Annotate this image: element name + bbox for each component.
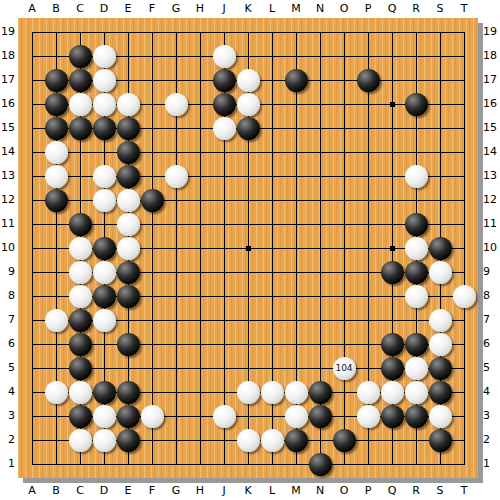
intersection-D5[interactable] [92,356,116,380]
intersection-E2[interactable] [116,428,140,452]
intersection-J6[interactable] [212,332,236,356]
intersection-G16[interactable] [164,92,188,116]
intersection-P18[interactable] [356,44,380,68]
intersection-C13[interactable] [68,164,92,188]
intersection-O6[interactable] [332,332,356,356]
intersection-S11[interactable] [428,212,452,236]
intersection-G13[interactable] [164,164,188,188]
intersection-P15[interactable] [356,116,380,140]
intersection-E3[interactable] [116,404,140,428]
intersection-D14[interactable] [92,140,116,164]
intersection-S3[interactable] [428,404,452,428]
intersection-G12[interactable] [164,188,188,212]
intersection-T19[interactable] [452,20,476,44]
intersection-S17[interactable] [428,68,452,92]
intersection-M19[interactable] [284,20,308,44]
intersection-R4[interactable] [404,380,428,404]
intersection-M4[interactable] [284,380,308,404]
intersection-H1[interactable] [188,452,212,476]
intersection-S14[interactable] [428,140,452,164]
intersection-J15[interactable] [212,116,236,140]
intersection-T15[interactable] [452,116,476,140]
intersection-C9[interactable] [68,260,92,284]
intersection-R3[interactable] [404,404,428,428]
intersection-S9[interactable] [428,260,452,284]
intersection-K12[interactable] [236,188,260,212]
intersection-H12[interactable] [188,188,212,212]
intersection-C11[interactable] [68,212,92,236]
intersection-E1[interactable] [116,452,140,476]
intersection-G15[interactable] [164,116,188,140]
intersection-D9[interactable] [92,260,116,284]
intersection-O8[interactable] [332,284,356,308]
intersection-J19[interactable] [212,20,236,44]
intersection-R6[interactable] [404,332,428,356]
intersection-M3[interactable] [284,404,308,428]
intersection-N8[interactable] [308,284,332,308]
intersection-R5[interactable] [404,356,428,380]
intersection-Q6[interactable] [380,332,404,356]
intersection-E10[interactable] [116,236,140,260]
intersection-D13[interactable] [92,164,116,188]
intersection-G19[interactable] [164,20,188,44]
intersection-K3[interactable] [236,404,260,428]
intersection-M18[interactable] [284,44,308,68]
intersection-T8[interactable] [452,284,476,308]
intersection-O10[interactable] [332,236,356,260]
intersection-E9[interactable] [116,260,140,284]
intersection-M11[interactable] [284,212,308,236]
intersection-D1[interactable] [92,452,116,476]
intersection-T18[interactable] [452,44,476,68]
intersection-R1[interactable] [404,452,428,476]
intersection-G7[interactable] [164,308,188,332]
intersection-M16[interactable] [284,92,308,116]
intersection-K17[interactable] [236,68,260,92]
intersection-G14[interactable] [164,140,188,164]
intersection-O13[interactable] [332,164,356,188]
intersection-N18[interactable] [308,44,332,68]
intersection-C12[interactable] [68,188,92,212]
intersection-R2[interactable] [404,428,428,452]
intersection-N7[interactable] [308,308,332,332]
intersection-G2[interactable] [164,428,188,452]
intersection-J4[interactable] [212,380,236,404]
intersection-N2[interactable] [308,428,332,452]
intersection-J8[interactable] [212,284,236,308]
intersection-P9[interactable] [356,260,380,284]
intersection-R15[interactable] [404,116,428,140]
intersection-T17[interactable] [452,68,476,92]
intersection-B10[interactable] [44,236,68,260]
intersection-Q2[interactable] [380,428,404,452]
intersection-M7[interactable] [284,308,308,332]
intersection-Q13[interactable] [380,164,404,188]
intersection-C7[interactable] [68,308,92,332]
intersection-S16[interactable] [428,92,452,116]
intersection-Q14[interactable] [380,140,404,164]
intersection-L12[interactable] [260,188,284,212]
intersection-T6[interactable] [452,332,476,356]
intersection-F8[interactable] [140,284,164,308]
intersection-A8[interactable] [20,284,44,308]
intersection-R12[interactable] [404,188,428,212]
intersection-L3[interactable] [260,404,284,428]
intersection-L13[interactable] [260,164,284,188]
intersection-T3[interactable] [452,404,476,428]
intersection-T2[interactable] [452,428,476,452]
intersection-C19[interactable] [68,20,92,44]
intersection-C8[interactable] [68,284,92,308]
intersection-Q16[interactable] [380,92,404,116]
intersection-A2[interactable] [20,428,44,452]
intersection-A10[interactable] [20,236,44,260]
intersection-A11[interactable] [20,212,44,236]
intersection-J9[interactable] [212,260,236,284]
intersection-L5[interactable] [260,356,284,380]
intersection-L14[interactable] [260,140,284,164]
intersection-G17[interactable] [164,68,188,92]
intersection-R16[interactable] [404,92,428,116]
intersection-E6[interactable] [116,332,140,356]
intersection-B6[interactable] [44,332,68,356]
intersection-N4[interactable] [308,380,332,404]
intersection-A19[interactable] [20,20,44,44]
intersection-E17[interactable] [116,68,140,92]
intersection-F12[interactable] [140,188,164,212]
intersection-O4[interactable] [332,380,356,404]
intersection-E19[interactable] [116,20,140,44]
intersection-F2[interactable] [140,428,164,452]
intersection-M2[interactable] [284,428,308,452]
intersection-T5[interactable] [452,356,476,380]
intersection-C4[interactable] [68,380,92,404]
intersection-Q11[interactable] [380,212,404,236]
intersection-N19[interactable] [308,20,332,44]
intersection-O12[interactable] [332,188,356,212]
intersection-T4[interactable] [452,380,476,404]
intersection-A18[interactable] [20,44,44,68]
intersection-M5[interactable] [284,356,308,380]
intersection-D8[interactable] [92,284,116,308]
intersection-J5[interactable] [212,356,236,380]
intersection-Q1[interactable] [380,452,404,476]
intersection-G11[interactable] [164,212,188,236]
intersection-B19[interactable] [44,20,68,44]
intersection-H4[interactable] [188,380,212,404]
intersection-O17[interactable] [332,68,356,92]
intersection-O15[interactable] [332,116,356,140]
intersection-N1[interactable] [308,452,332,476]
intersection-K2[interactable] [236,428,260,452]
intersection-C15[interactable] [68,116,92,140]
intersection-M10[interactable] [284,236,308,260]
intersection-F15[interactable] [140,116,164,140]
intersection-C14[interactable] [68,140,92,164]
intersection-N3[interactable] [308,404,332,428]
intersection-C17[interactable] [68,68,92,92]
intersection-T1[interactable] [452,452,476,476]
intersection-H10[interactable] [188,236,212,260]
intersection-A6[interactable] [20,332,44,356]
intersection-E4[interactable] [116,380,140,404]
intersection-K9[interactable] [236,260,260,284]
intersection-D10[interactable] [92,236,116,260]
intersection-L4[interactable] [260,380,284,404]
intersection-K18[interactable] [236,44,260,68]
intersection-F17[interactable] [140,68,164,92]
intersection-D6[interactable] [92,332,116,356]
intersection-O7[interactable] [332,308,356,332]
intersection-F10[interactable] [140,236,164,260]
intersection-Q7[interactable] [380,308,404,332]
intersection-J14[interactable] [212,140,236,164]
intersection-M9[interactable] [284,260,308,284]
intersection-B7[interactable] [44,308,68,332]
intersection-S1[interactable] [428,452,452,476]
intersection-S19[interactable] [428,20,452,44]
intersection-E13[interactable] [116,164,140,188]
intersection-K13[interactable] [236,164,260,188]
intersection-J7[interactable] [212,308,236,332]
intersection-H13[interactable] [188,164,212,188]
intersection-L9[interactable] [260,260,284,284]
intersection-F1[interactable] [140,452,164,476]
intersection-S6[interactable] [428,332,452,356]
intersection-P5[interactable] [356,356,380,380]
intersection-B4[interactable] [44,380,68,404]
intersection-D15[interactable] [92,116,116,140]
intersection-B11[interactable] [44,212,68,236]
intersection-A9[interactable] [20,260,44,284]
intersection-N12[interactable] [308,188,332,212]
intersection-A14[interactable] [20,140,44,164]
intersection-N10[interactable] [308,236,332,260]
intersection-D17[interactable] [92,68,116,92]
intersection-J18[interactable] [212,44,236,68]
intersection-R9[interactable] [404,260,428,284]
intersection-L15[interactable] [260,116,284,140]
intersection-S4[interactable] [428,380,452,404]
intersection-L6[interactable] [260,332,284,356]
intersection-B9[interactable] [44,260,68,284]
intersection-H6[interactable] [188,332,212,356]
intersection-H5[interactable] [188,356,212,380]
intersection-E5[interactable] [116,356,140,380]
intersection-O14[interactable] [332,140,356,164]
intersection-O11[interactable] [332,212,356,236]
intersection-E18[interactable] [116,44,140,68]
intersection-H2[interactable] [188,428,212,452]
intersection-N14[interactable] [308,140,332,164]
intersection-O19[interactable] [332,20,356,44]
intersection-K8[interactable] [236,284,260,308]
intersection-T9[interactable] [452,260,476,284]
intersection-C1[interactable] [68,452,92,476]
intersection-D18[interactable] [92,44,116,68]
intersection-P17[interactable] [356,68,380,92]
intersection-M14[interactable] [284,140,308,164]
intersection-S15[interactable] [428,116,452,140]
intersection-B14[interactable] [44,140,68,164]
intersection-B12[interactable] [44,188,68,212]
intersection-Q15[interactable] [380,116,404,140]
intersection-Q5[interactable] [380,356,404,380]
intersection-E11[interactable] [116,212,140,236]
intersection-F11[interactable] [140,212,164,236]
intersection-Q17[interactable] [380,68,404,92]
intersection-J3[interactable] [212,404,236,428]
intersection-P19[interactable] [356,20,380,44]
intersection-G8[interactable] [164,284,188,308]
intersection-N15[interactable] [308,116,332,140]
intersection-K1[interactable] [236,452,260,476]
intersection-C5[interactable] [68,356,92,380]
intersection-T13[interactable] [452,164,476,188]
intersection-B5[interactable] [44,356,68,380]
intersection-O18[interactable] [332,44,356,68]
intersection-F18[interactable] [140,44,164,68]
intersection-Q19[interactable] [380,20,404,44]
intersection-P13[interactable] [356,164,380,188]
intersection-M12[interactable] [284,188,308,212]
intersection-R7[interactable] [404,308,428,332]
intersection-G3[interactable] [164,404,188,428]
intersection-L11[interactable] [260,212,284,236]
intersection-L19[interactable] [260,20,284,44]
intersection-E15[interactable] [116,116,140,140]
intersection-C3[interactable] [68,404,92,428]
intersection-D19[interactable] [92,20,116,44]
intersection-P4[interactable] [356,380,380,404]
intersection-M13[interactable] [284,164,308,188]
intersection-F7[interactable] [140,308,164,332]
intersection-N11[interactable] [308,212,332,236]
intersection-O3[interactable] [332,404,356,428]
intersection-H8[interactable] [188,284,212,308]
intersection-L18[interactable] [260,44,284,68]
intersection-R18[interactable] [404,44,428,68]
intersection-B2[interactable] [44,428,68,452]
intersection-E14[interactable] [116,140,140,164]
intersection-G5[interactable] [164,356,188,380]
intersection-J16[interactable] [212,92,236,116]
intersection-P8[interactable] [356,284,380,308]
intersection-S8[interactable] [428,284,452,308]
intersection-R8[interactable] [404,284,428,308]
intersection-A3[interactable] [20,404,44,428]
intersection-R13[interactable] [404,164,428,188]
intersection-B13[interactable] [44,164,68,188]
intersection-A7[interactable] [20,308,44,332]
intersection-O16[interactable] [332,92,356,116]
intersection-H11[interactable] [188,212,212,236]
intersection-S5[interactable] [428,356,452,380]
intersection-F14[interactable] [140,140,164,164]
intersection-T12[interactable] [452,188,476,212]
intersection-H7[interactable] [188,308,212,332]
intersection-K10[interactable] [236,236,260,260]
intersection-A4[interactable] [20,380,44,404]
intersection-M8[interactable] [284,284,308,308]
intersection-R11[interactable] [404,212,428,236]
intersection-O1[interactable] [332,452,356,476]
intersection-M15[interactable] [284,116,308,140]
intersection-H17[interactable] [188,68,212,92]
intersection-S2[interactable] [428,428,452,452]
intersection-G18[interactable] [164,44,188,68]
intersection-L7[interactable] [260,308,284,332]
intersection-F6[interactable] [140,332,164,356]
intersection-J10[interactable] [212,236,236,260]
intersection-J2[interactable] [212,428,236,452]
intersection-T11[interactable] [452,212,476,236]
intersection-D4[interactable] [92,380,116,404]
intersection-E8[interactable] [116,284,140,308]
intersection-A17[interactable] [20,68,44,92]
intersection-M17[interactable] [284,68,308,92]
intersection-K6[interactable] [236,332,260,356]
intersection-R10[interactable] [404,236,428,260]
intersection-D12[interactable] [92,188,116,212]
intersection-K7[interactable] [236,308,260,332]
intersection-G10[interactable] [164,236,188,260]
intersection-P11[interactable] [356,212,380,236]
intersection-H19[interactable] [188,20,212,44]
intersection-M1[interactable] [284,452,308,476]
intersection-J17[interactable] [212,68,236,92]
intersection-S10[interactable] [428,236,452,260]
intersection-J12[interactable] [212,188,236,212]
intersection-B3[interactable] [44,404,68,428]
intersection-P1[interactable] [356,452,380,476]
intersection-C2[interactable] [68,428,92,452]
intersection-L1[interactable] [260,452,284,476]
intersection-Q12[interactable] [380,188,404,212]
intersection-Q4[interactable] [380,380,404,404]
intersection-L16[interactable] [260,92,284,116]
intersection-N9[interactable] [308,260,332,284]
intersection-Q18[interactable] [380,44,404,68]
intersection-J13[interactable] [212,164,236,188]
intersection-A13[interactable] [20,164,44,188]
intersection-J1[interactable] [212,452,236,476]
intersection-D11[interactable] [92,212,116,236]
intersection-P14[interactable] [356,140,380,164]
intersection-J11[interactable] [212,212,236,236]
intersection-A16[interactable] [20,92,44,116]
intersection-D16[interactable] [92,92,116,116]
intersection-C16[interactable] [68,92,92,116]
intersection-B1[interactable] [44,452,68,476]
intersection-L10[interactable] [260,236,284,260]
intersection-A5[interactable] [20,356,44,380]
intersection-K15[interactable] [236,116,260,140]
intersection-O5[interactable]: 104 [332,356,356,380]
intersection-F3[interactable] [140,404,164,428]
intersection-S13[interactable] [428,164,452,188]
intersection-R14[interactable] [404,140,428,164]
intersection-C6[interactable] [68,332,92,356]
intersection-T7[interactable] [452,308,476,332]
intersection-K11[interactable] [236,212,260,236]
intersection-T10[interactable] [452,236,476,260]
intersection-T16[interactable] [452,92,476,116]
intersection-K16[interactable] [236,92,260,116]
intersection-P10[interactable] [356,236,380,260]
intersection-O9[interactable] [332,260,356,284]
intersection-H3[interactable] [188,404,212,428]
